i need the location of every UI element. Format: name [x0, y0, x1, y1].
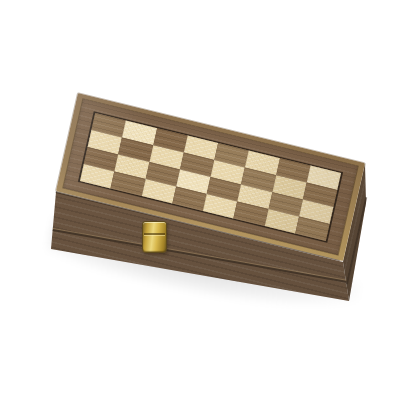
clasp-ridge — [144, 233, 165, 235]
product-photo — [0, 0, 400, 400]
brass-clasp — [142, 221, 167, 253]
